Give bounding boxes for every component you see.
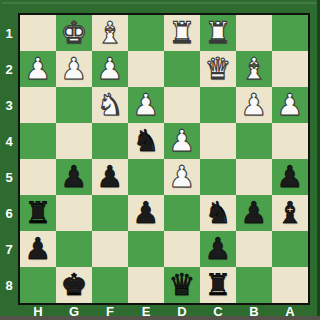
- square-h6[interactable]: ♜: [20, 195, 56, 231]
- square-h2[interactable]: ♟: [20, 51, 56, 87]
- square-d4[interactable]: ♟: [164, 123, 200, 159]
- square-b3[interactable]: ♟: [236, 87, 272, 123]
- black-queen[interactable]: ♛: [164, 267, 200, 303]
- square-g6[interactable]: [56, 195, 92, 231]
- rank-label-3: 3: [0, 87, 18, 123]
- square-g1[interactable]: ♚: [56, 15, 92, 51]
- square-e7[interactable]: [128, 231, 164, 267]
- square-a6[interactable]: ♝: [272, 195, 308, 231]
- square-h7[interactable]: ♟: [20, 231, 56, 267]
- file-label-g: G: [56, 304, 92, 319]
- black-rook[interactable]: ♜: [20, 195, 56, 231]
- file-labels: HGFEDCBA: [20, 304, 308, 318]
- square-f8[interactable]: [92, 267, 128, 303]
- square-b2[interactable]: ♝: [236, 51, 272, 87]
- square-a5[interactable]: ♟: [272, 159, 308, 195]
- square-g7[interactable]: [56, 231, 92, 267]
- black-knight[interactable]: ♞: [128, 123, 164, 159]
- square-d6[interactable]: [164, 195, 200, 231]
- square-c8[interactable]: ♜: [200, 267, 236, 303]
- rank-label-2: 2: [0, 51, 18, 87]
- square-e4[interactable]: ♞: [128, 123, 164, 159]
- square-g2[interactable]: ♟: [56, 51, 92, 87]
- square-g3[interactable]: [56, 87, 92, 123]
- white-pawn[interactable]: ♟: [128, 87, 164, 123]
- square-f6[interactable]: [92, 195, 128, 231]
- file-label-d: D: [164, 304, 200, 319]
- square-c4[interactable]: [200, 123, 236, 159]
- square-h8[interactable]: [20, 267, 56, 303]
- square-h3[interactable]: [20, 87, 56, 123]
- black-pawn[interactable]: ♟: [200, 231, 236, 267]
- black-king[interactable]: ♚: [56, 267, 92, 303]
- square-b6[interactable]: ♟: [236, 195, 272, 231]
- rank-label-6: 6: [0, 195, 18, 231]
- file-label-f: F: [92, 304, 128, 319]
- white-king[interactable]: ♚: [56, 15, 92, 51]
- rank-label-5: 5: [0, 159, 18, 195]
- white-rook[interactable]: ♜: [200, 15, 236, 51]
- square-b5[interactable]: [236, 159, 272, 195]
- square-f2[interactable]: ♟: [92, 51, 128, 87]
- square-b1[interactable]: [236, 15, 272, 51]
- white-pawn[interactable]: ♟: [56, 51, 92, 87]
- white-bishop[interactable]: ♝: [92, 15, 128, 51]
- file-label-c: C: [200, 304, 236, 319]
- file-label-h: H: [20, 304, 56, 319]
- square-e5[interactable]: [128, 159, 164, 195]
- black-knight[interactable]: ♞: [200, 195, 236, 231]
- square-e8[interactable]: [128, 267, 164, 303]
- white-pawn[interactable]: ♟: [236, 87, 272, 123]
- file-label-b: B: [236, 304, 272, 319]
- black-pawn[interactable]: ♟: [128, 195, 164, 231]
- white-pawn[interactable]: ♟: [272, 87, 308, 123]
- black-pawn[interactable]: ♟: [92, 159, 128, 195]
- square-a1[interactable]: [272, 15, 308, 51]
- square-c5[interactable]: [200, 159, 236, 195]
- square-a7[interactable]: [272, 231, 308, 267]
- black-pawn[interactable]: ♟: [236, 195, 272, 231]
- black-rook[interactable]: ♜: [200, 267, 236, 303]
- square-g4[interactable]: [56, 123, 92, 159]
- rank-label-4: 4: [0, 123, 18, 159]
- white-bishop[interactable]: ♝: [236, 51, 272, 87]
- square-e2[interactable]: [128, 51, 164, 87]
- square-b8[interactable]: [236, 267, 272, 303]
- square-d3[interactable]: [164, 87, 200, 123]
- square-c1[interactable]: ♜: [200, 15, 236, 51]
- white-knight[interactable]: ♞: [92, 87, 128, 123]
- rank-label-8: 8: [0, 267, 18, 303]
- square-f3[interactable]: ♞: [92, 87, 128, 123]
- white-pawn[interactable]: ♟: [164, 123, 200, 159]
- black-pawn[interactable]: ♟: [20, 231, 56, 267]
- square-a2[interactable]: [272, 51, 308, 87]
- square-a8[interactable]: [272, 267, 308, 303]
- chess-board-frame: 12345678 ♚♝♜♜♟♟♟♛♝♞♟♟♟♞♟♟♟♟♟♜♟♞♟♝♟♟♚♛♜ H…: [0, 0, 320, 320]
- square-c7[interactable]: ♟: [200, 231, 236, 267]
- square-d8[interactable]: ♛: [164, 267, 200, 303]
- file-label-e: E: [128, 304, 164, 319]
- file-label-a: A: [272, 304, 308, 319]
- square-f5[interactable]: ♟: [92, 159, 128, 195]
- square-c6[interactable]: ♞: [200, 195, 236, 231]
- square-a4[interactable]: [272, 123, 308, 159]
- white-rook[interactable]: ♜: [164, 15, 200, 51]
- square-h4[interactable]: [20, 123, 56, 159]
- square-g5[interactable]: ♟: [56, 159, 92, 195]
- square-h5[interactable]: [20, 159, 56, 195]
- square-b7[interactable]: [236, 231, 272, 267]
- square-c3[interactable]: [200, 87, 236, 123]
- white-pawn[interactable]: ♟: [164, 159, 200, 195]
- black-bishop[interactable]: ♝: [272, 195, 308, 231]
- square-d7[interactable]: [164, 231, 200, 267]
- square-d5[interactable]: ♟: [164, 159, 200, 195]
- rank-labels: 12345678: [0, 15, 18, 303]
- square-h1[interactable]: [20, 15, 56, 51]
- square-a3[interactable]: ♟: [272, 87, 308, 123]
- white-pawn[interactable]: ♟: [92, 51, 128, 87]
- rank-label-7: 7: [0, 231, 18, 267]
- square-d1[interactable]: ♜: [164, 15, 200, 51]
- white-queen[interactable]: ♛: [200, 51, 236, 87]
- black-pawn[interactable]: ♟: [272, 159, 308, 195]
- square-c2[interactable]: ♛: [200, 51, 236, 87]
- white-pawn[interactable]: ♟: [20, 51, 56, 87]
- square-d2[interactable]: [164, 51, 200, 87]
- square-g8[interactable]: ♚: [56, 267, 92, 303]
- square-f4[interactable]: [92, 123, 128, 159]
- board-grid: ♚♝♜♜♟♟♟♛♝♞♟♟♟♞♟♟♟♟♟♜♟♞♟♝♟♟♚♛♜: [18, 13, 310, 305]
- frame-bevel-top: [2, 2, 316, 4]
- square-b4[interactable]: [236, 123, 272, 159]
- square-f1[interactable]: ♝: [92, 15, 128, 51]
- square-e6[interactable]: ♟: [128, 195, 164, 231]
- square-e3[interactable]: ♟: [128, 87, 164, 123]
- square-f7[interactable]: [92, 231, 128, 267]
- rank-label-1: 1: [0, 15, 18, 51]
- black-pawn[interactable]: ♟: [56, 159, 92, 195]
- square-e1[interactable]: [128, 15, 164, 51]
